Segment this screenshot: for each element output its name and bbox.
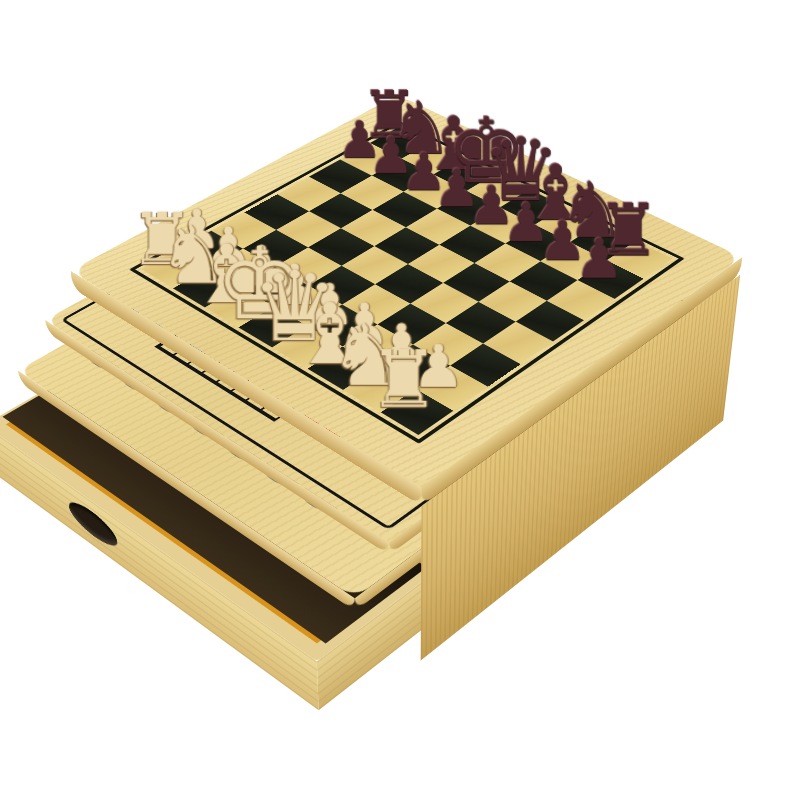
piece-light-rook: ♜ (369, 341, 440, 420)
piece-dark-pawn: ♟ (575, 232, 624, 287)
board-square (443, 263, 510, 302)
games-box: ♜♞♝♚♛♝♞♜♟♟♟♟♟♟♟♟♟♟♟♟♟♟♟♟♜♞♝♚♛♝♞♜ (71, 95, 743, 488)
board-square (515, 300, 584, 341)
product-photo: ♜♞♝♚♛♝♞♜♟♟♟♟♟♟♟♟♟♟♟♟♟♟♟♟♜♞♝♚♛♝♞♜ (0, 0, 800, 800)
